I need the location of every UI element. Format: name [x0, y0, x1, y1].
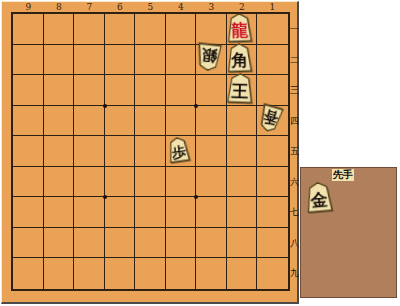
sente-king[interactable]: 王 — [226, 73, 253, 104]
square-96[interactable] — [13, 167, 44, 198]
square-95[interactable] — [13, 136, 44, 167]
square-35[interactable] — [196, 136, 227, 167]
square-64[interactable] — [105, 106, 136, 137]
file-label-1: 1 — [257, 2, 288, 12]
shogi-diagram: 987654321一二三四五六七八九龍銀角王香歩 先手 金 — [0, 0, 400, 306]
rank-label-6: 六 — [289, 177, 300, 188]
file-label-3: 3 — [196, 2, 227, 12]
square-84[interactable] — [44, 106, 75, 137]
square-81[interactable] — [44, 14, 75, 45]
square-86[interactable] — [44, 167, 75, 198]
star-point — [103, 104, 107, 108]
rank-label-1: 一 — [289, 24, 300, 35]
square-17[interactable] — [257, 197, 288, 228]
piece-face: 金 — [306, 183, 331, 212]
square-19[interactable] — [257, 258, 288, 289]
square-51[interactable] — [135, 14, 166, 45]
square-59[interactable] — [135, 258, 166, 289]
rank-label-4: 四 — [289, 116, 300, 127]
square-97[interactable] — [13, 197, 44, 228]
square-47[interactable] — [166, 197, 197, 228]
square-31[interactable] — [196, 14, 227, 45]
square-93[interactable] — [13, 75, 44, 106]
square-73[interactable] — [74, 75, 105, 106]
square-55[interactable] — [135, 136, 166, 167]
square-11[interactable] — [257, 14, 288, 45]
square-63[interactable] — [105, 75, 136, 106]
file-label-9: 9 — [13, 2, 44, 12]
square-77[interactable] — [74, 197, 105, 228]
square-41[interactable] — [166, 14, 197, 45]
sente-bishop[interactable]: 角 — [227, 43, 253, 73]
square-56[interactable] — [135, 167, 166, 198]
square-83[interactable] — [44, 75, 75, 106]
shogi-board: 987654321一二三四五六七八九龍銀角王香歩 — [1, 1, 299, 304]
piece-glyph: 銀 — [201, 45, 219, 65]
square-29[interactable] — [227, 258, 258, 289]
square-78[interactable] — [74, 228, 105, 259]
square-36[interactable] — [196, 167, 227, 198]
square-69[interactable] — [105, 258, 136, 289]
star-point — [194, 195, 198, 199]
gote-silver[interactable]: 銀 — [196, 43, 223, 72]
rank-label-5: 五 — [289, 146, 300, 157]
file-label-4: 4 — [166, 2, 197, 12]
sente-dragon[interactable]: 龍 — [227, 12, 253, 42]
square-92[interactable] — [13, 45, 44, 76]
sente-pawn[interactable]: 歩 — [167, 135, 191, 163]
star-point — [103, 195, 107, 199]
square-87[interactable] — [44, 197, 75, 228]
square-28[interactable] — [227, 228, 258, 259]
square-34[interactable] — [196, 106, 227, 137]
square-48[interactable] — [166, 228, 197, 259]
square-53[interactable] — [135, 75, 166, 106]
piece-face: 銀 — [198, 45, 221, 71]
square-88[interactable] — [44, 228, 75, 259]
sente-label: 先手 — [332, 169, 354, 181]
square-74[interactable] — [74, 106, 105, 137]
square-62[interactable] — [105, 45, 136, 76]
square-46[interactable] — [166, 167, 197, 198]
file-label-5: 5 — [135, 2, 166, 12]
piece-glyph: 角 — [231, 51, 249, 71]
square-49[interactable] — [166, 258, 197, 289]
square-16[interactable] — [257, 167, 288, 198]
square-98[interactable] — [13, 228, 44, 259]
file-label-6: 6 — [105, 2, 136, 12]
square-58[interactable] — [135, 228, 166, 259]
square-57[interactable] — [135, 197, 166, 228]
square-89[interactable] — [44, 258, 75, 289]
star-point — [194, 104, 198, 108]
rank-label-7: 七 — [289, 207, 300, 218]
piece-glyph: 龍 — [231, 21, 249, 41]
square-26[interactable] — [227, 167, 258, 198]
square-52[interactable] — [135, 45, 166, 76]
square-76[interactable] — [74, 167, 105, 198]
square-65[interactable] — [105, 136, 136, 167]
sente-gold-in-hand[interactable]: 金 — [305, 181, 334, 213]
square-39[interactable] — [196, 258, 227, 289]
rank-label-8: 八 — [289, 238, 300, 249]
square-42[interactable] — [166, 45, 197, 76]
square-66[interactable] — [105, 167, 136, 198]
square-38[interactable] — [196, 228, 227, 259]
rank-label-9: 九 — [289, 268, 300, 279]
square-13[interactable] — [257, 75, 288, 106]
square-43[interactable] — [166, 75, 197, 106]
square-79[interactable] — [74, 258, 105, 289]
square-71[interactable] — [74, 14, 105, 45]
rank-label-3: 三 — [289, 85, 300, 96]
square-91[interactable] — [13, 14, 44, 45]
square-33[interactable] — [196, 75, 227, 106]
square-94[interactable] — [13, 106, 44, 137]
square-75[interactable] — [74, 136, 105, 167]
square-12[interactable] — [257, 45, 288, 76]
square-18[interactable] — [257, 228, 288, 259]
square-99[interactable] — [13, 258, 44, 289]
square-25[interactable] — [227, 136, 258, 167]
square-15[interactable] — [257, 136, 288, 167]
sente-hand-tray: 先手 金 — [300, 167, 397, 298]
file-label-2: 2 — [227, 2, 258, 12]
piece-glyph: 歩 — [171, 143, 187, 161]
square-85[interactable] — [44, 136, 75, 167]
square-68[interactable] — [105, 228, 136, 259]
square-27[interactable] — [227, 197, 258, 228]
square-54[interactable] — [135, 106, 166, 137]
square-37[interactable] — [196, 197, 227, 228]
square-82[interactable] — [44, 45, 75, 76]
square-44[interactable] — [166, 106, 197, 137]
file-label-7: 7 — [74, 2, 105, 12]
piece-glyph: 王 — [231, 82, 249, 102]
square-72[interactable] — [74, 45, 105, 76]
rank-label-2: 二 — [289, 55, 300, 66]
piece-glyph: 金 — [310, 191, 329, 211]
square-67[interactable] — [105, 197, 136, 228]
file-label-8: 8 — [44, 2, 75, 12]
square-24[interactable] — [227, 106, 258, 137]
square-61[interactable] — [105, 14, 136, 45]
